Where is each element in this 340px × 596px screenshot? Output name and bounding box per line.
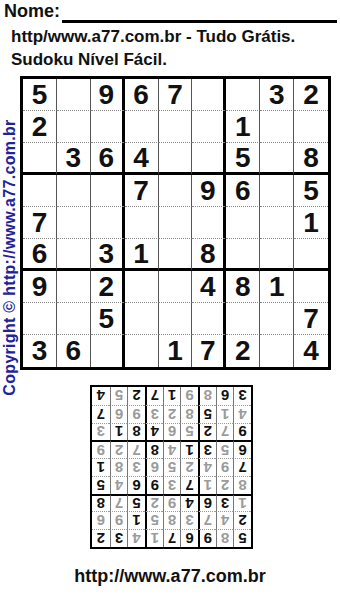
puzzle-cell-r3c3: 6 [91,143,125,175]
puzzle-cell-r8c5 [159,303,193,335]
solution-cell-r4c9: 5 [92,476,110,494]
puzzle-cell-r7c5 [159,271,193,303]
puzzle-cell-r1c6 [192,79,226,111]
puzzle-cell-r4c9: 5 [294,175,328,207]
puzzle-cell-r7c1: 9 [23,271,57,303]
puzzle-cell-r8c1 [23,303,57,335]
solution-cell-r6c1: 6 [233,440,251,458]
solution-cell-r5c7: 3 [127,458,145,476]
solution-cell-r7c9: 3 [92,423,110,441]
site-title: http/www.a77.com.br - Tudo Grátis. [11,27,295,47]
puzzle-cell-r2c2 [57,111,91,143]
puzzle-cell-r4c1 [23,175,57,207]
solution-cell-r5c5: 5 [163,458,181,476]
solution-cell-r2c7: 1 [127,511,145,529]
puzzle-cell-r9c1: 3 [23,335,57,367]
puzzle-cell-r2c3 [91,111,125,143]
puzzle-cell-r6c1: 6 [23,239,57,271]
solution-cell-r3c4: 4 [180,494,198,512]
sudoku-puzzle-grid: 596732213645879657163189248157361724 [20,76,331,370]
puzzle-cell-r6c9 [294,239,328,271]
solution-cell-r7c1: 9 [233,423,251,441]
solution-cell-r6c9: 9 [92,440,110,458]
solution-cell-r7c4: 5 [180,423,198,441]
puzzle-cell-r8c9: 7 [294,303,328,335]
puzzle-cell-r3c5 [159,143,193,175]
solution-cell-r5c8: 8 [110,458,128,476]
solution-cell-r1c5: 7 [163,529,181,547]
solution-cell-r2c3: 7 [198,511,216,529]
solution-cell-r2c6: 5 [145,511,163,529]
solution-cell-r8c4: 8 [180,405,198,423]
puzzle-cell-r6c4: 1 [125,239,159,271]
solution-cell-r6c8: 2 [110,440,128,458]
solution-cell-r9c1: 3 [233,387,251,405]
copyright-vertical-text: Copyright © http://www.a77.com.br [1,82,18,434]
puzzle-cell-r9c8 [260,335,294,367]
puzzle-cell-r1c2 [57,79,91,111]
solution-cell-r9c7: 2 [127,387,145,405]
solution-cell-r4c6: 9 [145,476,163,494]
solution-cell-r7c8: 1 [110,423,128,441]
puzzle-cell-r4c3 [91,175,125,207]
solution-cell-r1c3: 9 [198,529,216,547]
name-blank-line [62,20,337,23]
puzzle-cell-r9c5: 1 [159,335,193,367]
puzzle-cell-r1c9: 2 [294,79,328,111]
puzzle-cell-r7c2 [57,271,91,303]
solution-cell-r1c4: 6 [180,529,198,547]
solution-cell-r5c6: 6 [145,458,163,476]
solution-cell-r5c4: 2 [180,458,198,476]
puzzle-cell-r2c7: 1 [226,111,260,143]
puzzle-cell-r2c6 [192,111,226,143]
solution-cell-r7c2: 7 [216,423,234,441]
solution-cell-r1c6: 1 [145,529,163,547]
puzzle-cell-r1c8: 3 [260,79,294,111]
solution-cell-r8c9: 7 [92,405,110,423]
sudoku-page: Nome: http/www.a77.com.br - Tudo Grátis.… [0,0,340,596]
sudoku-solution-grid: 5896714322473851961364925788217396457942… [90,385,253,549]
puzzle-cell-r2c8 [260,111,294,143]
puzzle-cell-r5c9: 1 [294,207,328,239]
solution-cell-r4c3: 1 [198,476,216,494]
puzzle-cell-r1c5: 7 [159,79,193,111]
solution-cell-r2c4: 3 [180,511,198,529]
solution-cell-r3c9: 8 [92,494,110,512]
solution-cell-r6c3: 3 [198,440,216,458]
puzzle-cell-r8c4 [125,303,159,335]
puzzle-cell-r1c4: 6 [125,79,159,111]
solution-cell-r8c7: 9 [127,405,145,423]
puzzle-cell-r9c9: 4 [294,335,328,367]
solution-cell-r8c1: 4 [233,405,251,423]
puzzle-cell-r4c8 [260,175,294,207]
solution-cell-r8c3: 5 [198,405,216,423]
solution-cell-r4c2: 2 [216,476,234,494]
puzzle-cell-r7c7: 8 [226,271,260,303]
solution-cell-r4c8: 4 [110,476,128,494]
puzzle-cell-r6c7 [226,239,260,271]
puzzle-cell-r8c2 [57,303,91,335]
puzzle-cell-r3c6 [192,143,226,175]
footer-url: http://www.a77.com.br [0,566,340,587]
puzzle-cell-r7c9 [294,271,328,303]
solution-cell-r6c4: 1 [180,440,198,458]
puzzle-cell-r5c3 [91,207,125,239]
puzzle-cell-r9c6: 7 [192,335,226,367]
solution-cell-r6c5: 4 [163,440,181,458]
puzzle-cell-r5c4 [125,207,159,239]
solution-cell-r5c3: 4 [198,458,216,476]
solution-cell-r9c9: 4 [92,387,110,405]
solution-cell-r3c1: 1 [233,494,251,512]
puzzle-cell-r2c1: 2 [23,111,57,143]
puzzle-cell-r2c4 [125,111,159,143]
puzzle-cell-r9c7: 2 [226,335,260,367]
puzzle-cell-r6c3: 3 [91,239,125,271]
solution-cell-r7c5: 6 [163,423,181,441]
puzzle-cell-r4c7: 6 [226,175,260,207]
puzzle-cell-r4c6: 9 [192,175,226,207]
solution-cell-r5c9: 1 [92,458,110,476]
solution-cell-r4c7: 6 [127,476,145,494]
solution-cell-r2c1: 2 [233,511,251,529]
puzzle-cell-r6c5 [159,239,193,271]
solution-cell-r9c2: 6 [216,387,234,405]
solution-cell-r6c7: 7 [127,440,145,458]
solution-cell-r4c1: 8 [233,476,251,494]
puzzle-cell-r3c7: 5 [226,143,260,175]
puzzle-cell-r2c9 [294,111,328,143]
puzzle-cell-r8c3: 5 [91,303,125,335]
solution-cell-r8c8: 6 [110,405,128,423]
puzzle-cell-r7c6: 4 [192,271,226,303]
solution-cell-r2c2: 4 [216,511,234,529]
puzzle-cell-r1c1: 5 [23,79,57,111]
puzzle-cell-r5c5 [159,207,193,239]
puzzle-cell-r4c2 [57,175,91,207]
puzzle-cell-r5c8 [260,207,294,239]
puzzle-cell-r9c3 [91,335,125,367]
solution-cell-r2c8: 9 [110,511,128,529]
puzzle-cell-r1c7 [226,79,260,111]
puzzle-cell-r8c7 [226,303,260,335]
solution-cell-r9c3: 8 [198,387,216,405]
puzzle-cell-r1c3: 9 [91,79,125,111]
puzzle-cell-r8c6 [192,303,226,335]
solution-cell-r3c8: 7 [110,494,128,512]
solution-cell-r2c5: 8 [163,511,181,529]
puzzle-cell-r3c9: 8 [294,143,328,175]
puzzle-cell-r7c4 [125,271,159,303]
solution-cell-r7c7: 8 [127,423,145,441]
solution-cell-r5c2: 9 [216,458,234,476]
puzzle-cell-r3c2: 3 [57,143,91,175]
solution-cell-r1c1: 5 [233,529,251,547]
solution-cell-r4c5: 3 [163,476,181,494]
solution-cell-r6c6: 8 [145,440,163,458]
solution-cell-r8c6: 3 [145,405,163,423]
name-label: Nome: [4,1,60,22]
solution-cell-r8c2: 1 [216,405,234,423]
puzzle-cell-r5c1: 7 [23,207,57,239]
puzzle-cell-r3c4: 4 [125,143,159,175]
puzzle-cell-r4c4: 7 [125,175,159,207]
puzzle-cell-r5c6 [192,207,226,239]
solution-cell-r9c8: 5 [110,387,128,405]
solution-cell-r6c2: 5 [216,440,234,458]
solution-cell-r3c5: 9 [163,494,181,512]
solution-cell-r1c2: 8 [216,529,234,547]
solution-cell-r3c6: 2 [145,494,163,512]
puzzle-cell-r9c2: 6 [57,335,91,367]
solution-cell-r9c6: 7 [145,387,163,405]
solution-cell-r3c7: 5 [127,494,145,512]
puzzle-cell-r6c8 [260,239,294,271]
puzzle-cell-r6c6: 8 [192,239,226,271]
puzzle-cell-r3c8 [260,143,294,175]
solution-cell-r3c2: 3 [216,494,234,512]
puzzle-cell-r4c5 [159,175,193,207]
solution-cell-r4c4: 7 [180,476,198,494]
solution-cell-r9c4: 9 [180,387,198,405]
puzzle-cell-r3c1 [23,143,57,175]
puzzle-cell-r6c2 [57,239,91,271]
solution-cell-r7c3: 2 [198,423,216,441]
solution-cell-r8c5: 2 [163,405,181,423]
solution-cell-r1c8: 3 [110,529,128,547]
puzzle-cell-r9c4 [125,335,159,367]
solution-cell-r9c5: 1 [163,387,181,405]
solution-cell-r2c9: 6 [92,511,110,529]
puzzle-cell-r5c7 [226,207,260,239]
solution-cell-r7c6: 4 [145,423,163,441]
puzzle-cell-r8c8 [260,303,294,335]
solution-cell-r1c7: 4 [127,529,145,547]
solution-cell-r5c1: 7 [233,458,251,476]
puzzle-cell-r2c5 [159,111,193,143]
solution-cell-r1c9: 2 [92,529,110,547]
puzzle-cell-r5c2 [57,207,91,239]
page-subtitle: Sudoku Nível Fácil. [11,50,167,70]
solution-cell-r3c3: 6 [198,494,216,512]
puzzle-cell-r7c8: 1 [260,271,294,303]
puzzle-cell-r7c3: 2 [91,271,125,303]
